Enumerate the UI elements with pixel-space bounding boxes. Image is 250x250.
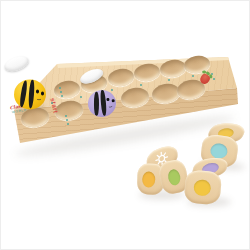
- path-marker: [168, 79, 170, 81]
- path-marker: [66, 119, 68, 121]
- path-marker: [140, 84, 142, 86]
- yellow-bee-piece[interactable]: [14, 79, 46, 109]
- bee-eye: [41, 91, 44, 95]
- bee-stripe: [19, 80, 28, 107]
- hole-bottom-3[interactable]: [87, 92, 118, 115]
- path-marker: [51, 102, 53, 104]
- bee-mouth: [37, 96, 41, 100]
- path-marker: [65, 115, 67, 117]
- path-marker: [192, 75, 194, 77]
- bee-eye: [111, 98, 115, 102]
- die-pip-yellow: [193, 179, 211, 196]
- bee-body: [86, 87, 118, 118]
- product-photo-stage: start Classic WORLD: [0, 0, 250, 250]
- bee-stripe: [94, 91, 99, 115]
- die-pip-orange: [142, 171, 156, 187]
- path-marker: [213, 78, 215, 80]
- bee-eye: [106, 97, 110, 101]
- bee-eye: [36, 89, 39, 93]
- bee-mouth: [108, 104, 112, 108]
- bee-stripe: [28, 79, 35, 108]
- path-marker: [61, 95, 63, 97]
- die-sun-orange-green[interactable]: [136, 147, 189, 202]
- path-marker: [67, 123, 69, 125]
- die-pip-cyan: [209, 142, 228, 159]
- die-face-front: [183, 169, 222, 205]
- path-marker: [80, 96, 82, 98]
- bee-stripe: [100, 89, 107, 115]
- purple-bee-piece[interactable]: [86, 87, 118, 118]
- path-marker: [111, 89, 113, 91]
- path-marker: [60, 91, 62, 93]
- bee-wing-icon: [3, 54, 31, 74]
- die-pip-green: [167, 168, 182, 186]
- bee-body: [14, 79, 46, 109]
- path-marker: [59, 87, 61, 89]
- die-purple-yellow[interactable]: [183, 157, 233, 209]
